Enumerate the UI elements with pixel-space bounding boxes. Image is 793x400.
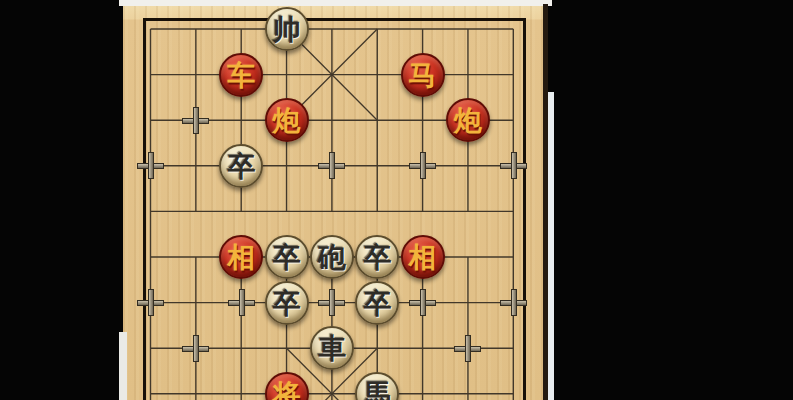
star-point-marker [318, 289, 345, 316]
piece-glyph: 卒 [363, 290, 391, 318]
star-point-marker [182, 335, 209, 362]
window-edge-top [119, 0, 552, 6]
piece-ivory-soldier[interactable]: 卒 [355, 235, 399, 279]
piece-ivory-cannon[interactable]: 砲 [310, 235, 354, 279]
window-edge-left-light [119, 332, 127, 400]
piece-ivory-soldier[interactable]: 卒 [219, 144, 263, 188]
piece-glyph: 帅 [273, 16, 301, 44]
piece-glyph: 将 [273, 381, 301, 400]
star-point-marker [500, 152, 527, 179]
piece-glyph: 馬 [363, 381, 391, 400]
star-point-marker [182, 107, 209, 134]
piece-glyph: 砲 [318, 244, 346, 272]
piece-ivory-soldier[interactable]: 卒 [265, 235, 309, 279]
piece-red-horse[interactable]: 马 [401, 53, 445, 97]
piece-glyph: 炮 [273, 107, 301, 135]
piece-red-chariot[interactable]: 车 [219, 53, 263, 97]
piece-ivory-general[interactable]: 帅 [265, 7, 309, 51]
piece-glyph: 车 [227, 62, 255, 90]
piece-red-elephant[interactable]: 相 [219, 235, 263, 279]
piece-glyph: 马 [409, 62, 437, 90]
piece-ivory-soldier[interactable]: 卒 [355, 281, 399, 325]
star-point-marker [500, 289, 527, 316]
app-viewport: 帅车马炮炮卒相卒砲卒相卒卒車将馬 [0, 0, 793, 400]
star-point-marker [409, 152, 436, 179]
piece-ivory-chariot[interactable]: 車 [310, 326, 354, 370]
star-point-marker [318, 152, 345, 179]
piece-glyph: 卒 [273, 290, 301, 318]
star-point-marker [137, 289, 164, 316]
star-point-marker [228, 289, 255, 316]
piece-red-cannon[interactable]: 炮 [446, 98, 490, 142]
piece-glyph: 卒 [227, 153, 255, 181]
piece-glyph: 相 [409, 244, 437, 272]
piece-glyph: 卒 [363, 244, 391, 272]
piece-glyph: 車 [318, 335, 346, 363]
star-point-marker [454, 335, 481, 362]
piece-glyph: 炮 [454, 107, 482, 135]
piece-glyph: 卒 [273, 244, 301, 272]
piece-glyph: 相 [227, 244, 255, 272]
piece-ivory-soldier[interactable]: 卒 [265, 281, 309, 325]
piece-red-cannon[interactable]: 炮 [265, 98, 309, 142]
star-point-marker [137, 152, 164, 179]
star-point-marker [409, 289, 436, 316]
piece-red-elephant[interactable]: 相 [401, 235, 445, 279]
window-edge-right-light [548, 92, 554, 400]
